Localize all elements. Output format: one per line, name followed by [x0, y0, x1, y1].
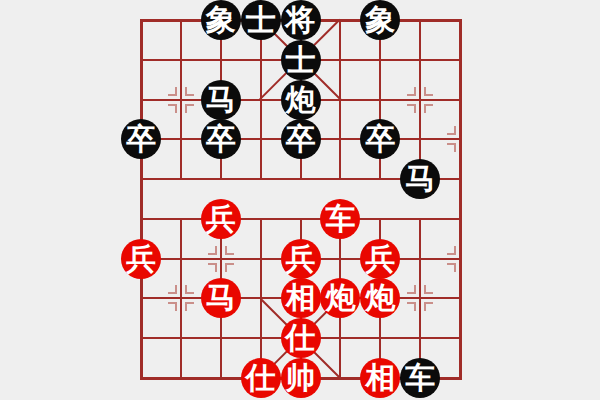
position-mark — [168, 302, 177, 311]
piece-black-cannon[interactable]: 炮 — [281, 80, 321, 120]
piece-red-cannon[interactable]: 炮 — [320, 278, 360, 318]
piece-black-elephant[interactable]: 象 — [201, 0, 241, 40]
piece-red-elephant[interactable]: 相 — [360, 358, 400, 398]
position-mark — [225, 263, 234, 272]
position-mark — [185, 104, 194, 113]
piece-black-elephant[interactable]: 象 — [360, 0, 400, 40]
position-mark — [208, 263, 217, 272]
position-mark — [208, 246, 217, 255]
piece-black-pawn[interactable]: 卒 — [121, 119, 161, 159]
position-mark — [185, 87, 194, 96]
grid-vline — [180, 19, 182, 180]
grid-vline — [419, 218, 421, 379]
piece-red-advisor[interactable]: 仕 — [281, 318, 321, 358]
position-mark — [168, 285, 177, 294]
position-mark — [447, 246, 456, 255]
position-mark — [407, 285, 416, 294]
piece-black-advisor[interactable]: 士 — [281, 40, 321, 80]
grid-vline — [140, 19, 143, 380]
piece-red-pawn[interactable]: 兵 — [201, 199, 241, 239]
piece-red-pawn[interactable]: 兵 — [281, 239, 321, 279]
position-mark — [424, 104, 433, 113]
xiangqi-diagram: 象士将象士马炮卒卒卒卒马兵车兵兵兵马相炮炮仕仕帅相车 — [0, 0, 600, 400]
piece-black-advisor[interactable]: 士 — [241, 0, 281, 40]
position-mark — [424, 302, 433, 311]
piece-black-horse[interactable]: 马 — [201, 80, 241, 120]
position-mark — [407, 302, 416, 311]
grid-vline — [180, 218, 182, 379]
piece-black-pawn[interactable]: 卒 — [281, 119, 321, 159]
grid-vline — [419, 19, 421, 180]
piece-red-advisor[interactable]: 仕 — [241, 358, 281, 398]
piece-red-elephant[interactable]: 相 — [281, 278, 321, 318]
position-mark — [168, 87, 177, 96]
position-mark — [407, 104, 416, 113]
piece-red-pawn[interactable]: 兵 — [360, 239, 400, 279]
piece-red-cannon[interactable]: 炮 — [360, 278, 400, 318]
position-mark — [225, 246, 234, 255]
piece-black-horse[interactable]: 马 — [400, 159, 440, 199]
piece-black-chariot[interactable]: 车 — [400, 358, 440, 398]
position-mark — [447, 126, 456, 135]
piece-black-pawn[interactable]: 卒 — [201, 119, 241, 159]
position-mark — [424, 87, 433, 96]
piece-red-general[interactable]: 帅 — [281, 358, 321, 398]
position-mark — [185, 302, 194, 311]
piece-black-pawn[interactable]: 卒 — [360, 119, 400, 159]
piece-red-horse[interactable]: 马 — [201, 278, 241, 318]
piece-red-chariot[interactable]: 车 — [320, 199, 360, 239]
xiangqi-board[interactable]: 象士将象士马炮卒卒卒卒马兵车兵兵兵马相炮炮仕仕帅相车 — [141, 20, 460, 378]
position-mark — [407, 87, 416, 96]
position-mark — [168, 104, 177, 113]
grid-vline — [459, 19, 462, 380]
position-mark — [185, 285, 194, 294]
position-mark — [424, 285, 433, 294]
position-mark — [447, 143, 456, 152]
piece-red-pawn[interactable]: 兵 — [121, 239, 161, 279]
position-mark — [447, 263, 456, 272]
piece-black-general[interactable]: 将 — [281, 0, 321, 40]
